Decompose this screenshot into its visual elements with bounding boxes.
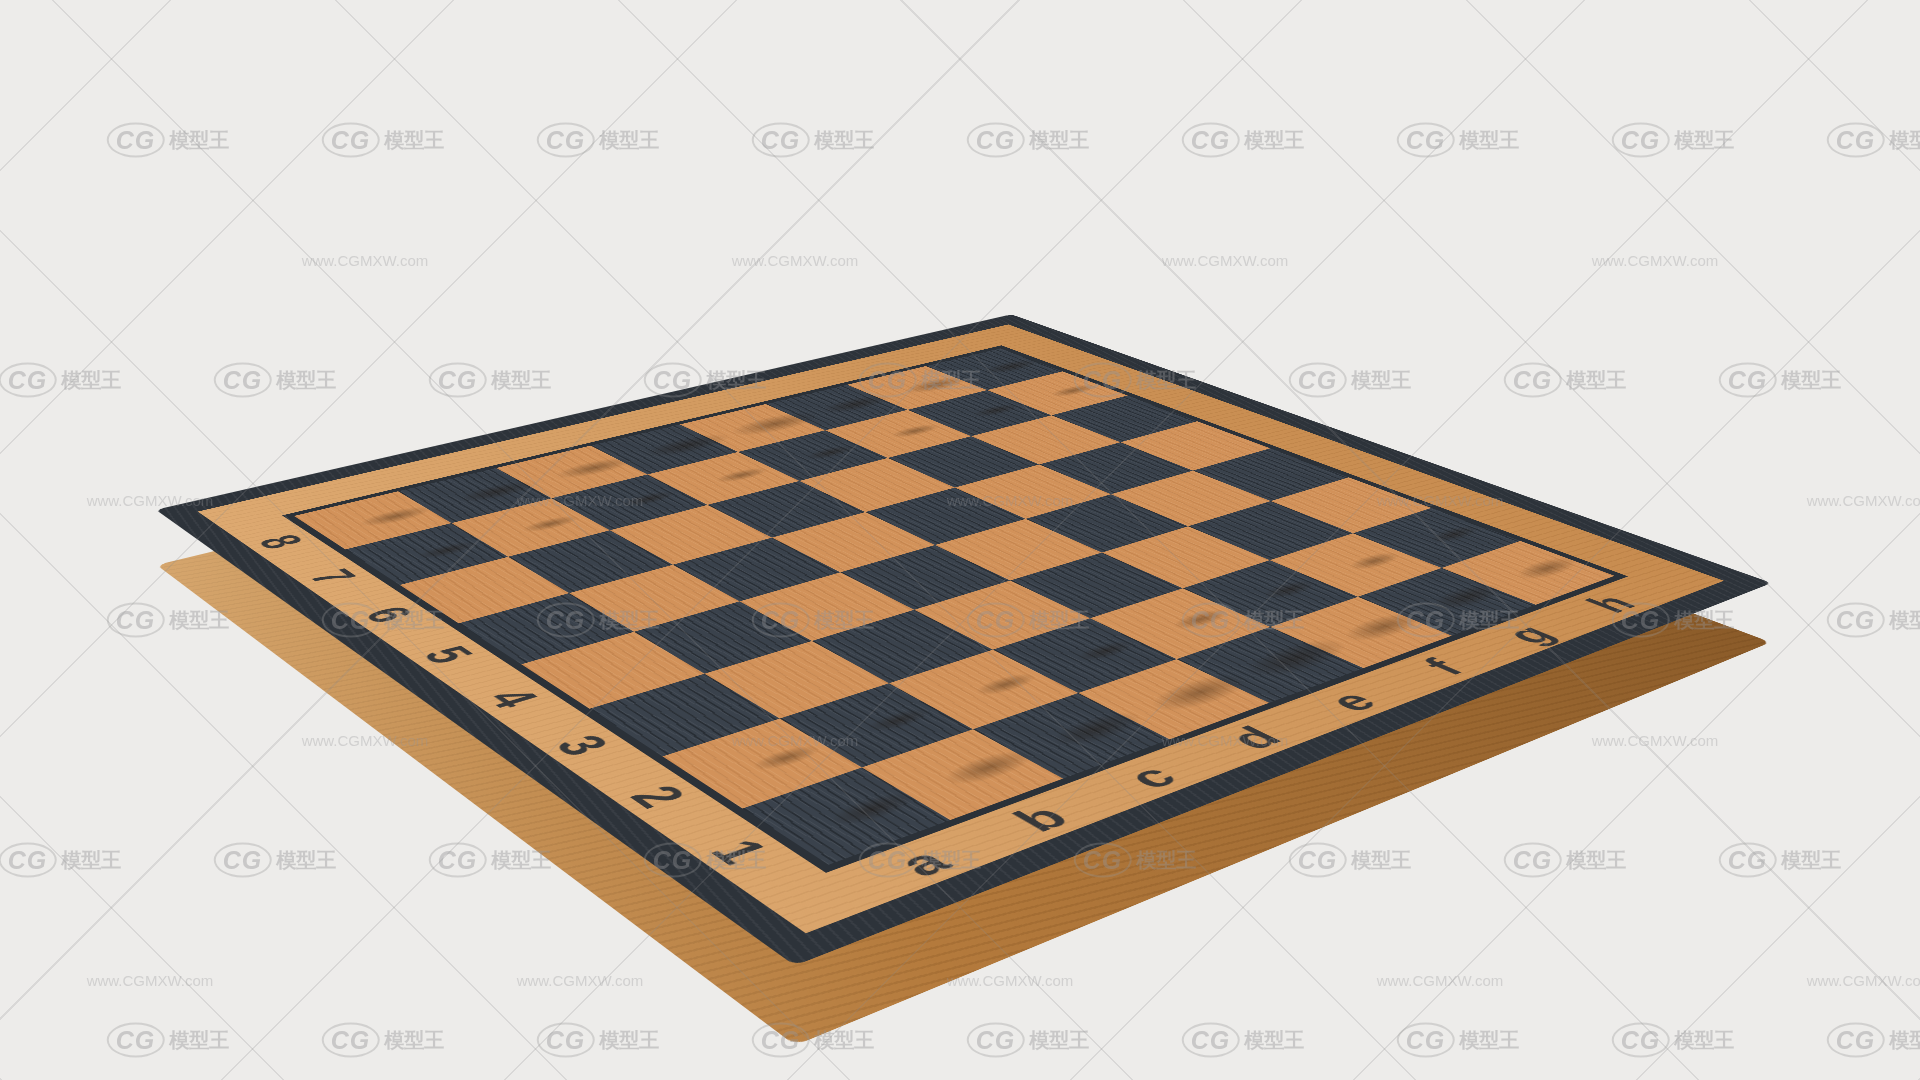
white-rook-glyph: ♜ <box>746 613 945 824</box>
rank-label-6: 6 <box>355 602 422 626</box>
rank-label-7: 7 <box>301 566 366 588</box>
perspective-camera: 12345678abcdefgh ♜♞♝♛♚♝♞♜♟♟♟♟♟♟♟♟♟♟♟♟♟♟♟… <box>0 0 1920 1080</box>
file-label-c: c <box>1115 760 1187 794</box>
file-label-h: h <box>1576 591 1644 617</box>
square-a6 <box>400 557 569 623</box>
file-label-a: a <box>886 843 960 882</box>
file-label-e: e <box>1316 686 1386 716</box>
square-a5 <box>458 593 633 664</box>
rank-label-2: 2 <box>620 780 697 813</box>
rank-label-1: 1 <box>700 834 780 870</box>
file-label-b: b <box>1002 800 1078 837</box>
square-a4 <box>521 632 703 709</box>
file-label-g: g <box>1494 620 1564 647</box>
scene: 12345678abcdefgh ♜♞♝♛♚♝♞♜♟♟♟♟♟♟♟♟♟♟♟♟♟♟♟… <box>0 0 1920 1080</box>
chess-board[interactable]: 12345678abcdefgh ♜♞♝♛♚♝♞♜♟♟♟♟♟♟♟♟♟♟♟♟♟♟♟… <box>156 314 1772 965</box>
rank-label-5: 5 <box>414 642 483 668</box>
rank-label-4: 4 <box>478 684 550 712</box>
black-pawn-glyph: ♟ <box>362 425 490 561</box>
file-label-f: f <box>1413 654 1473 679</box>
rank-label-3: 3 <box>546 730 620 760</box>
file-label-d: d <box>1217 721 1290 754</box>
